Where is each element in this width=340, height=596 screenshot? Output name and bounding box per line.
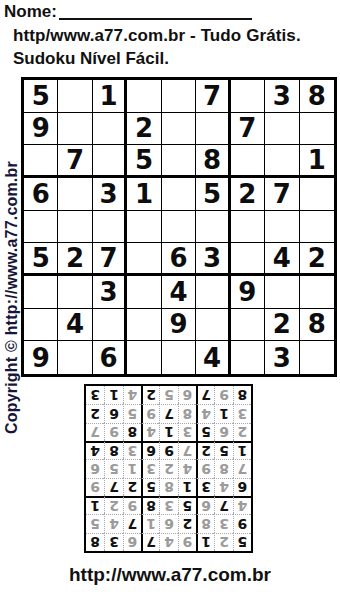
solution-cell-r4c8: 7 — [104, 478, 122, 496]
cell-r1c7 — [231, 80, 265, 113]
cell-r9c3: 6 — [93, 341, 127, 374]
cell-r6c8: 4 — [265, 243, 299, 276]
solution-cell-r7c3: 5 — [196, 423, 214, 441]
cell-r6c4 — [127, 243, 161, 276]
cell-r5c6 — [196, 211, 230, 244]
cell-r2c6 — [196, 113, 230, 146]
solution-cell-r4c6: 5 — [141, 478, 159, 496]
solution-cell-r5c3: 9 — [196, 459, 214, 477]
solution-cell-r6c2: 5 — [214, 441, 232, 459]
solution-cell-r2c7: 7 — [123, 514, 141, 532]
solution-cell-r6c1: 1 — [233, 441, 251, 459]
solution-cell-r2c9: 5 — [86, 514, 104, 532]
cell-r3c1 — [24, 145, 58, 178]
cell-r3c7 — [231, 145, 265, 178]
cell-r4c9 — [300, 178, 334, 211]
solution-cell-r3c8: 2 — [104, 496, 122, 514]
cell-r6c7 — [231, 243, 265, 276]
solution-cell-r9c8: 1 — [104, 386, 122, 404]
cell-r5c1 — [24, 211, 58, 244]
solution-cell-r7c6: 4 — [141, 423, 159, 441]
cell-r6c5: 6 — [162, 243, 196, 276]
solution-cell-r5c8: 5 — [104, 459, 122, 477]
solution-cell-r2c5: 6 — [159, 514, 177, 532]
cell-r8c3 — [93, 309, 127, 342]
cell-r6c3: 7 — [93, 243, 127, 276]
solution-cell-r6c4: 7 — [178, 441, 196, 459]
cell-r4c4: 1 — [127, 178, 161, 211]
solution-cell-r7c8: 9 — [104, 423, 122, 441]
solution-cell-r6c6: 6 — [141, 441, 159, 459]
solution-cell-r5c9: 6 — [86, 459, 104, 477]
cell-r6c1: 5 — [24, 243, 58, 276]
solution-cell-r2c8: 4 — [104, 514, 122, 532]
solution-cell-r1c7: 6 — [123, 533, 141, 551]
cell-r8c5: 9 — [162, 309, 196, 342]
name-fill-in-line — [59, 4, 252, 20]
cell-r4c8: 7 — [265, 178, 299, 211]
solution-cell-r2c4: 2 — [178, 514, 196, 532]
solution-cell-r5c4: 4 — [178, 459, 196, 477]
cell-r3c9: 1 — [300, 145, 334, 178]
solution-cell-r3c6: 8 — [141, 496, 159, 514]
solution-cell-r8c6: 9 — [141, 404, 159, 422]
cell-r2c9 — [300, 113, 334, 146]
cell-r3c2: 7 — [58, 145, 92, 178]
solution-cell-r6c7: 3 — [123, 441, 141, 459]
solution-cell-r3c4: 5 — [178, 496, 196, 514]
cell-r4c6: 5 — [196, 178, 230, 211]
cell-r7c4 — [127, 276, 161, 309]
cell-r8c8: 2 — [265, 309, 299, 342]
cell-r5c2 — [58, 211, 92, 244]
copyright-text: Copyright © http://www.a77.com.br — [3, 161, 21, 434]
solution-cell-r6c5: 9 — [159, 441, 177, 459]
cell-r6c6: 3 — [196, 243, 230, 276]
solution-cell-r4c4: 1 — [178, 478, 196, 496]
solution-cell-r4c3: 3 — [196, 478, 214, 496]
solution-cell-r4c2: 4 — [214, 478, 232, 496]
cell-r9c9 — [300, 341, 334, 374]
solution-cell-r3c3: 6 — [196, 496, 214, 514]
solution-cell-r8c2: 1 — [214, 404, 232, 422]
solution-cell-r9c5: 5 — [159, 386, 177, 404]
name-label: Nome: — [4, 2, 57, 22]
solution-cell-r8c4: 8 — [178, 404, 196, 422]
solution-grid: 5219476389382617454765389216431852797894… — [84, 384, 253, 553]
cell-r2c2 — [58, 113, 92, 146]
cell-r5c7 — [231, 211, 265, 244]
solution-cell-r8c9: 2 — [86, 404, 104, 422]
cell-r6c2: 2 — [58, 243, 92, 276]
cell-r2c5 — [162, 113, 196, 146]
solution-cell-r9c2: 9 — [214, 386, 232, 404]
solution-cell-r4c7: 2 — [123, 478, 141, 496]
solution-cell-r6c8: 8 — [104, 441, 122, 459]
cell-r9c2 — [58, 341, 92, 374]
cell-r9c4 — [127, 341, 161, 374]
cell-r9c7 — [231, 341, 265, 374]
solution-cell-r8c1: 3 — [233, 404, 251, 422]
cell-r3c8 — [265, 145, 299, 178]
cell-r8c2: 4 — [58, 309, 92, 342]
solution-cell-r3c7: 9 — [123, 496, 141, 514]
solution-cell-r8c3: 4 — [196, 404, 214, 422]
solution-cell-r5c6: 3 — [141, 459, 159, 477]
cell-r7c9 — [300, 276, 334, 309]
solution-cell-r1c4: 9 — [178, 533, 196, 551]
cell-r1c4 — [127, 80, 161, 113]
solution-cell-r7c7: 8 — [123, 423, 141, 441]
cell-r5c9 — [300, 211, 334, 244]
solution-cell-r2c1: 9 — [233, 514, 251, 532]
solution-cell-r7c4: 3 — [178, 423, 196, 441]
solution-cell-r2c6: 1 — [141, 514, 159, 532]
solution-cell-r7c1: 2 — [233, 423, 251, 441]
cell-r1c2 — [58, 80, 92, 113]
cell-r5c8 — [265, 211, 299, 244]
cell-r4c7: 2 — [231, 178, 265, 211]
cell-r1c1: 5 — [24, 80, 58, 113]
cell-r7c5: 4 — [162, 276, 196, 309]
cell-r4c3: 3 — [93, 178, 127, 211]
solution-cell-r4c5: 8 — [159, 478, 177, 496]
solution-cell-r9c7: 4 — [123, 386, 141, 404]
cell-r7c2 — [58, 276, 92, 309]
solution-cell-r3c2: 7 — [214, 496, 232, 514]
cell-r4c1: 6 — [24, 178, 58, 211]
solution-cell-r9c6: 2 — [141, 386, 159, 404]
solution-cell-r1c9: 8 — [86, 533, 104, 551]
cell-r2c3 — [93, 113, 127, 146]
cell-r3c6: 8 — [196, 145, 230, 178]
cell-r1c8: 3 — [265, 80, 299, 113]
sudoku-grid: 517389277581631527527634234949289643 — [21, 77, 337, 377]
solution-cell-r9c4: 6 — [178, 386, 196, 404]
cell-r1c3: 1 — [93, 80, 127, 113]
cell-r3c4: 5 — [127, 145, 161, 178]
solution-cell-r5c5: 2 — [159, 459, 177, 477]
cell-r9c5 — [162, 341, 196, 374]
solution-cell-r7c5: 1 — [159, 423, 177, 441]
cell-r8c4 — [127, 309, 161, 342]
cell-r2c4: 2 — [127, 113, 161, 146]
solution-cell-r1c8: 3 — [104, 533, 122, 551]
footer-url: http://www.a77.com.br — [0, 564, 340, 586]
solution-cell-r1c1: 5 — [233, 533, 251, 551]
cell-r7c3: 3 — [93, 276, 127, 309]
cell-r5c3 — [93, 211, 127, 244]
solution-cell-r7c2: 6 — [214, 423, 232, 441]
cell-r5c4 — [127, 211, 161, 244]
solution-cell-r1c2: 2 — [214, 533, 232, 551]
solution-cell-r3c1: 4 — [233, 496, 251, 514]
cell-r4c2 — [58, 178, 92, 211]
solution-cell-r5c1: 7 — [233, 459, 251, 477]
solution-cell-r5c7: 1 — [123, 459, 141, 477]
cell-r1c6: 7 — [196, 80, 230, 113]
solution-cell-r9c1: 8 — [233, 386, 251, 404]
cell-r2c8 — [265, 113, 299, 146]
cell-r2c1: 9 — [24, 113, 58, 146]
cell-r5c5 — [162, 211, 196, 244]
cell-r2c7: 7 — [231, 113, 265, 146]
solution-cell-r1c3: 1 — [196, 533, 214, 551]
solution-cell-r7c9: 7 — [86, 423, 104, 441]
cell-r6c9: 2 — [300, 243, 334, 276]
puzzle-level-title: Sudoku Nível Fácil. — [13, 49, 169, 69]
solution-cell-r3c9: 1 — [86, 496, 104, 514]
cell-r1c9: 8 — [300, 80, 334, 113]
cell-r9c6: 4 — [196, 341, 230, 374]
cell-r3c3 — [93, 145, 127, 178]
solution-cell-r8c5: 7 — [159, 404, 177, 422]
cell-r7c8 — [265, 276, 299, 309]
solution-cell-r4c1: 6 — [233, 478, 251, 496]
cell-r7c1 — [24, 276, 58, 309]
solution-cell-r4c9: 9 — [86, 478, 104, 496]
solution-cell-r9c3: 7 — [196, 386, 214, 404]
solution-cell-r1c5: 4 — [159, 533, 177, 551]
cell-r9c8: 3 — [265, 341, 299, 374]
solution-cell-r1c6: 7 — [141, 533, 159, 551]
cell-r8c9: 8 — [300, 309, 334, 342]
cell-r8c6 — [196, 309, 230, 342]
cell-r7c7: 9 — [231, 276, 265, 309]
solution-cell-r8c8: 6 — [104, 404, 122, 422]
solution-cell-r9c9: 3 — [86, 386, 104, 404]
cell-r7c6 — [196, 276, 230, 309]
solution-cell-r5c2: 8 — [214, 459, 232, 477]
cell-r9c1: 9 — [24, 341, 58, 374]
printable-sudoku-page: Nome: http/www.a77.com.br - Tudo Grátis.… — [0, 0, 340, 596]
cell-r8c1 — [24, 309, 58, 342]
solution-cell-r6c3: 2 — [196, 441, 214, 459]
cell-r8c7 — [231, 309, 265, 342]
cell-r1c5 — [162, 80, 196, 113]
solution-cell-r2c3: 8 — [196, 514, 214, 532]
solution-cell-r2c2: 3 — [214, 514, 232, 532]
site-header: http/www.a77.com.br - Tudo Grátis. — [13, 26, 301, 46]
solution-cell-r3c5: 3 — [159, 496, 177, 514]
solution-cell-r6c9: 4 — [86, 441, 104, 459]
solution-cell-r8c7: 5 — [123, 404, 141, 422]
cell-r4c5 — [162, 178, 196, 211]
cell-r3c5 — [162, 145, 196, 178]
